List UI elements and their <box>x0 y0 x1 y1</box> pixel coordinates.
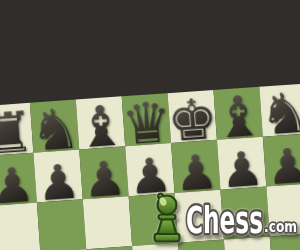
square-d8: ♛ <box>122 93 171 146</box>
chesscom-pawn-icon <box>155 194 180 242</box>
square-c8: ♝ <box>76 96 125 149</box>
square-b8: ♞ <box>30 100 79 153</box>
logo-text-tld: .com <box>264 218 297 236</box>
square-e8: ♚ <box>168 90 217 143</box>
square-b7: ♟ <box>33 149 82 202</box>
piece-black-pawn-g7: ♟ <box>265 141 300 192</box>
square-f8: ♝ <box>213 87 262 140</box>
piece-black-knight-g8: ♞ <box>257 84 300 143</box>
piece-black-pawn-c7: ♟ <box>81 153 127 204</box>
square-g7: ♟ <box>263 133 300 186</box>
square-c7: ♟ <box>79 146 128 199</box>
square-d7: ♟ <box>125 143 174 196</box>
chesscom-ad-banner[interactable]: ♜♞♝♛♚♝♞♜♟♟♟♟♟♟♟♟ Chess .com <box>0 0 300 250</box>
piece-black-pawn-f7: ♟ <box>219 144 265 195</box>
chesscom-logo[interactable]: Chess .com <box>150 190 300 246</box>
piece-black-pawn-b7: ♟ <box>35 157 81 208</box>
square-a7: ♟ <box>0 153 37 206</box>
square-g8: ♞ <box>259 84 300 137</box>
square-f7: ♟ <box>217 137 266 190</box>
square-e7: ♟ <box>171 140 220 193</box>
logo-text-brand: Chess <box>186 198 263 242</box>
piece-black-pawn-a7: ♟ <box>0 160 36 211</box>
